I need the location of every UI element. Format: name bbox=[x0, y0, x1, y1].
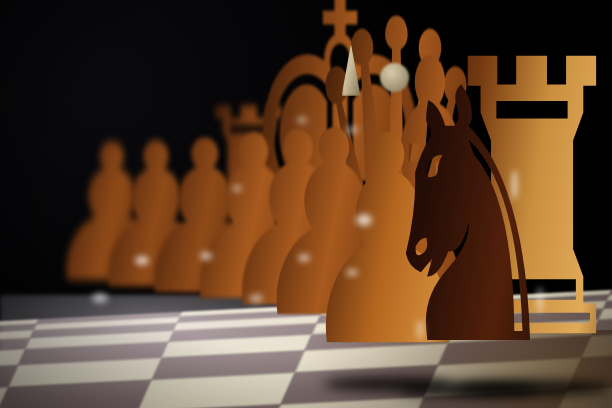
specular-highlight bbox=[298, 254, 310, 262]
specular-highlight bbox=[356, 214, 372, 226]
specular-highlight bbox=[416, 320, 424, 340]
chess-photo-scene: ♜♚♛♝♟♟♟♟♟♟♟♜♞ bbox=[0, 0, 612, 408]
specular-highlight bbox=[512, 170, 517, 200]
specular-highlight bbox=[297, 116, 307, 124]
specular-highlight bbox=[200, 252, 212, 260]
dark-knight[interactable]: ♞ bbox=[371, 44, 566, 394]
specular-highlight bbox=[249, 294, 263, 303]
specular-highlight bbox=[537, 287, 543, 313]
specular-highlight bbox=[92, 293, 108, 303]
specular-highlight bbox=[346, 269, 358, 276]
specular-highlight bbox=[232, 185, 242, 192]
specular-highlight bbox=[135, 256, 149, 265]
specular-highlight bbox=[346, 126, 358, 134]
